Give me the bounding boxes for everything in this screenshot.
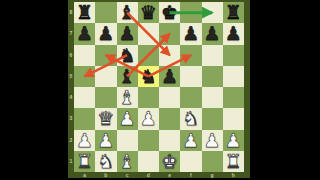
square-d4[interactable] [138,87,159,108]
square-h7[interactable]: ♟ [223,23,244,44]
white-pawn-d3: ♟ [138,108,159,129]
black-queen-d8: ♛ [138,2,159,23]
white-pawn-b2: ♟ [95,130,116,151]
white-king-e1: ♚ [159,151,180,172]
file-label-g: g [202,172,223,178]
black-pawn-f7: ♟ [180,23,201,44]
square-e4[interactable] [159,87,180,108]
black-king-e8: ♚ [159,2,180,23]
square-h6[interactable] [223,45,244,66]
black-bishop-c8: ♝ [117,2,138,23]
square-c3[interactable]: ♟ [117,108,138,129]
square-b2[interactable]: ♟ [95,130,116,151]
square-b8[interactable] [95,2,116,23]
square-f6[interactable] [180,45,201,66]
square-d6[interactable] [138,45,159,66]
square-b5[interactable] [95,66,116,87]
square-c1[interactable]: ♝ [117,151,138,172]
square-f8[interactable] [180,2,201,23]
square-g3[interactable] [202,108,223,129]
square-f4[interactable] [180,87,201,108]
square-e3[interactable] [159,108,180,129]
square-g6[interactable] [202,45,223,66]
rank-label-7: 7 [68,23,74,44]
chess-board: ♜♝♛♚♜♟♟♟♟♟♟♞♝♞♟♝♛♟♟♞♟♟♟♟♟♜♞♝♚♜ 87654321 … [68,0,250,178]
square-c6[interactable]: ♞ [117,45,138,66]
white-bishop-c1: ♝ [117,151,138,172]
white-rook-h1: ♜ [223,151,244,172]
white-knight-b1: ♞ [95,151,116,172]
square-g5[interactable] [202,66,223,87]
white-pawn-g2: ♟ [202,130,223,151]
rank-label-4: 4 [68,87,74,108]
square-b7[interactable]: ♟ [95,23,116,44]
square-c5[interactable]: ♝ [117,66,138,87]
square-c2[interactable] [117,130,138,151]
square-g7[interactable]: ♟ [202,23,223,44]
file-label-f: f [180,172,201,178]
rank-label-3: 3 [68,108,74,129]
white-pawn-c3: ♟ [117,108,138,129]
rank-label-2: 2 [68,130,74,151]
square-a8[interactable]: ♜ [74,2,95,23]
square-f3[interactable]: ♞ [180,108,201,129]
black-pawn-h7: ♟ [223,23,244,44]
square-e1[interactable]: ♚ [159,151,180,172]
square-c4[interactable]: ♝ [117,87,138,108]
square-a1[interactable]: ♜ [74,151,95,172]
square-a2[interactable]: ♟ [74,130,95,151]
black-rook-h8: ♜ [223,2,244,23]
white-pawn-h2: ♟ [223,130,244,151]
square-e5[interactable]: ♟ [159,66,180,87]
square-d8[interactable]: ♛ [138,2,159,23]
square-b3[interactable]: ♛ [95,108,116,129]
square-c8[interactable]: ♝ [117,2,138,23]
square-a6[interactable] [74,45,95,66]
square-h2[interactable]: ♟ [223,130,244,151]
rank-label-1: 1 [68,151,74,172]
black-knight-d5: ♞ [138,66,159,87]
board-squares: ♜♝♛♚♜♟♟♟♟♟♟♞♝♞♟♝♛♟♟♞♟♟♟♟♟♜♞♝♚♜ [74,2,244,172]
square-a7[interactable]: ♟ [74,23,95,44]
square-d3[interactable]: ♟ [138,108,159,129]
white-pawn-f2: ♟ [180,130,201,151]
square-g1[interactable] [202,151,223,172]
square-g8[interactable] [202,2,223,23]
file-label-b: b [95,172,116,178]
square-f1[interactable] [180,151,201,172]
square-a5[interactable] [74,66,95,87]
square-e8[interactable]: ♚ [159,2,180,23]
black-knight-c6: ♞ [117,45,138,66]
square-d2[interactable] [138,130,159,151]
square-h5[interactable] [223,66,244,87]
square-g4[interactable] [202,87,223,108]
white-knight-f3: ♞ [180,108,201,129]
square-g2[interactable]: ♟ [202,130,223,151]
square-h4[interactable] [223,87,244,108]
white-bishop-c4: ♝ [117,87,138,108]
black-pawn-g7: ♟ [202,23,223,44]
file-label-d: d [138,172,159,178]
square-f2[interactable]: ♟ [180,130,201,151]
square-b1[interactable]: ♞ [95,151,116,172]
square-e2[interactable] [159,130,180,151]
file-label-a: a [74,172,95,178]
black-pawn-a7: ♟ [74,23,95,44]
file-label-e: e [159,172,180,178]
square-h1[interactable]: ♜ [223,151,244,172]
square-h3[interactable] [223,108,244,129]
rank-label-6: 6 [68,45,74,66]
black-pawn-b7: ♟ [95,23,116,44]
square-h8[interactable]: ♜ [223,2,244,23]
file-label-h: h [223,172,244,178]
rank-label-8: 8 [68,2,74,23]
square-e7[interactable] [159,23,180,44]
rank-label-5: 5 [68,66,74,87]
square-d5[interactable]: ♞ [138,66,159,87]
square-e6[interactable] [159,45,180,66]
black-bishop-c5: ♝ [117,66,138,87]
square-b4[interactable] [95,87,116,108]
white-queen-b3: ♛ [95,108,116,129]
square-b6[interactable] [95,45,116,66]
video-thumbnail-canvas: ♜♝♛♚♜♟♟♟♟♟♟♞♝♞♟♝♛♟♟♞♟♟♟♟♟♜♞♝♚♜ 87654321 … [0,0,320,180]
square-f5[interactable] [180,66,201,87]
square-a3[interactable] [74,108,95,129]
white-pawn-a2: ♟ [74,130,95,151]
square-f7[interactable]: ♟ [180,23,201,44]
black-pawn-c7: ♟ [117,23,138,44]
black-rook-a8: ♜ [74,2,95,23]
file-label-c: c [117,172,138,178]
square-c7[interactable]: ♟ [117,23,138,44]
white-rook-a1: ♜ [74,151,95,172]
square-d1[interactable] [138,151,159,172]
black-pawn-e5: ♟ [159,66,180,87]
square-a4[interactable] [74,87,95,108]
square-d7[interactable] [138,23,159,44]
